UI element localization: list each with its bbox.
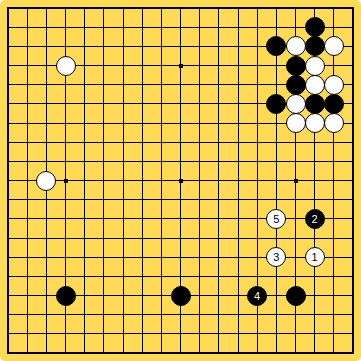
star-point <box>64 179 68 183</box>
white-stone <box>286 94 306 114</box>
white-stone <box>324 75 344 95</box>
go-diagram: 12345 <box>0 0 361 361</box>
white-stone <box>305 113 325 133</box>
white-stone <box>305 75 325 95</box>
black-stone <box>171 286 191 306</box>
move-4-stone: 4 <box>247 286 267 306</box>
move-2-stone: 2 <box>305 209 325 229</box>
white-stone <box>324 113 344 133</box>
black-stone <box>305 94 325 114</box>
go-board[interactable]: 12345 <box>0 0 361 361</box>
white-stone <box>56 56 76 76</box>
white-stone <box>286 113 306 133</box>
black-stone <box>305 36 325 56</box>
white-stone <box>36 171 56 191</box>
star-point <box>179 179 183 183</box>
white-stone <box>305 56 325 76</box>
black-stone <box>286 56 306 76</box>
white-stone <box>286 36 306 56</box>
star-point <box>294 179 298 183</box>
black-stone <box>56 286 76 306</box>
black-stone <box>305 17 325 37</box>
move-1-stone: 1 <box>305 247 325 267</box>
black-stone <box>286 286 306 306</box>
black-stone <box>324 94 344 114</box>
black-stone <box>286 75 306 95</box>
star-point <box>179 64 183 68</box>
